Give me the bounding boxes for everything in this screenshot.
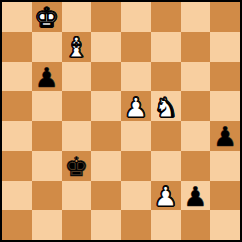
- black-pawn-b6: ♟: [35, 63, 59, 90]
- square-h8[interactable]: [210, 2, 240, 32]
- square-g8[interactable]: [181, 2, 211, 32]
- square-b4[interactable]: [32, 121, 62, 151]
- square-c6[interactable]: [62, 62, 92, 92]
- white-pawn-e5: ♟: [124, 93, 148, 120]
- chess-board-frame: ♚♝♟♟♞♟♚♟♟: [0, 0, 242, 242]
- square-b6[interactable]: ♟: [32, 62, 62, 92]
- square-g1[interactable]: [181, 210, 211, 240]
- square-h7[interactable]: [210, 32, 240, 62]
- square-d2[interactable]: [91, 181, 121, 211]
- square-a8[interactable]: [2, 2, 32, 32]
- square-f6[interactable]: [151, 62, 181, 92]
- square-d8[interactable]: [91, 2, 121, 32]
- square-e7[interactable]: [121, 32, 151, 62]
- square-g4[interactable]: [181, 121, 211, 151]
- square-f1[interactable]: [151, 210, 181, 240]
- square-f8[interactable]: [151, 2, 181, 32]
- square-a6[interactable]: [2, 62, 32, 92]
- square-b3[interactable]: [32, 151, 62, 181]
- square-a1[interactable]: [2, 210, 32, 240]
- square-e5[interactable]: ♟: [121, 91, 151, 121]
- black-pawn-g2: ♟: [183, 182, 207, 209]
- square-b7[interactable]: [32, 32, 62, 62]
- square-c1[interactable]: [62, 210, 92, 240]
- square-c7[interactable]: ♝: [62, 32, 92, 62]
- square-f7[interactable]: [151, 32, 181, 62]
- square-c8[interactable]: [62, 2, 92, 32]
- square-d7[interactable]: [91, 32, 121, 62]
- square-e6[interactable]: [121, 62, 151, 92]
- square-b2[interactable]: [32, 181, 62, 211]
- square-a5[interactable]: [2, 91, 32, 121]
- square-h4[interactable]: ♟: [210, 121, 240, 151]
- square-c3[interactable]: ♚: [62, 151, 92, 181]
- square-b8[interactable]: ♚: [32, 2, 62, 32]
- square-g2[interactable]: ♟: [181, 181, 211, 211]
- square-h6[interactable]: [210, 62, 240, 92]
- square-a7[interactable]: [2, 32, 32, 62]
- square-e3[interactable]: [121, 151, 151, 181]
- square-a2[interactable]: [2, 181, 32, 211]
- square-c4[interactable]: [62, 121, 92, 151]
- square-f2[interactable]: ♟: [151, 181, 181, 211]
- square-d4[interactable]: [91, 121, 121, 151]
- square-g7[interactable]: [181, 32, 211, 62]
- square-f5[interactable]: ♞: [151, 91, 181, 121]
- square-a4[interactable]: [2, 121, 32, 151]
- square-d3[interactable]: [91, 151, 121, 181]
- square-h3[interactable]: [210, 151, 240, 181]
- square-f3[interactable]: [151, 151, 181, 181]
- square-d6[interactable]: [91, 62, 121, 92]
- square-f4[interactable]: [151, 121, 181, 151]
- square-e2[interactable]: [121, 181, 151, 211]
- square-d1[interactable]: [91, 210, 121, 240]
- white-bishop-c7: ♝: [64, 34, 88, 61]
- white-king-b8: ♚: [35, 4, 59, 31]
- square-g6[interactable]: [181, 62, 211, 92]
- square-a3[interactable]: [2, 151, 32, 181]
- square-b1[interactable]: [32, 210, 62, 240]
- square-d5[interactable]: [91, 91, 121, 121]
- square-h5[interactable]: [210, 91, 240, 121]
- square-b5[interactable]: [32, 91, 62, 121]
- black-king-c3: ♚: [64, 153, 88, 180]
- square-h2[interactable]: [210, 181, 240, 211]
- black-pawn-h4: ♟: [213, 123, 237, 150]
- square-e1[interactable]: [121, 210, 151, 240]
- square-g3[interactable]: [181, 151, 211, 181]
- square-h1[interactable]: [210, 210, 240, 240]
- white-knight-f5: ♞: [154, 93, 178, 120]
- square-e8[interactable]: [121, 2, 151, 32]
- square-e4[interactable]: [121, 121, 151, 151]
- square-c2[interactable]: [62, 181, 92, 211]
- chess-board: ♚♝♟♟♞♟♚♟♟: [2, 2, 240, 240]
- white-pawn-f2: ♟: [154, 182, 178, 209]
- square-c5[interactable]: [62, 91, 92, 121]
- square-g5[interactable]: [181, 91, 211, 121]
